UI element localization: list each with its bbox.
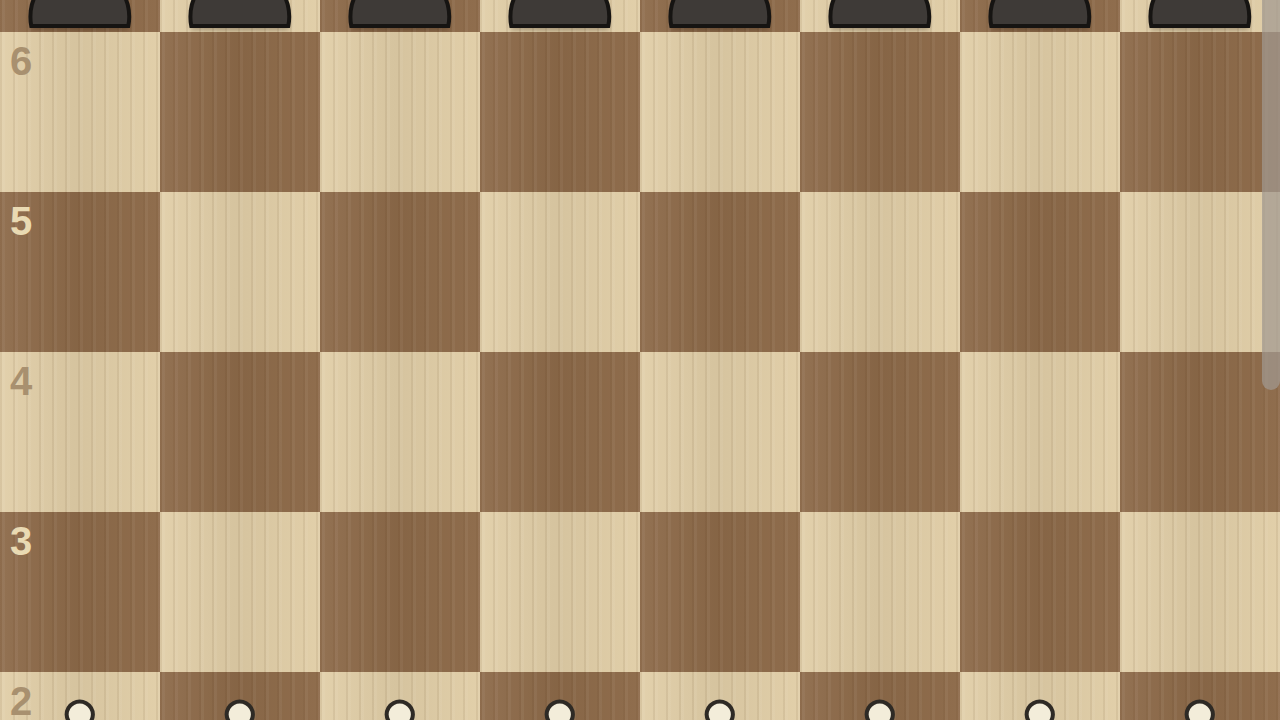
square-h5[interactable]: [1120, 192, 1280, 352]
square-g7[interactable]: ♟: [960, 0, 1120, 32]
piece-white-pawn-e2[interactable]: ♟: [640, 685, 800, 720]
square-h4[interactable]: [1120, 352, 1280, 512]
piece-black-pawn-d7[interactable]: ♟: [480, 0, 640, 32]
square-h2[interactable]: ♟: [1120, 672, 1280, 720]
square-c6[interactable]: [320, 32, 480, 192]
piece-black-pawn-f7[interactable]: ♟: [800, 0, 960, 32]
piece-black-pawn-b7[interactable]: ♟: [160, 0, 320, 32]
square-g2[interactable]: ♟: [960, 672, 1120, 720]
scrollbar-thumb[interactable]: [1262, 0, 1280, 390]
square-a5[interactable]: 5: [0, 192, 160, 352]
square-b3[interactable]: [160, 512, 320, 672]
piece-white-pawn-d2[interactable]: ♟: [480, 685, 640, 720]
rank-label-4: 4: [10, 361, 32, 401]
square-a3[interactable]: 3: [0, 512, 160, 672]
square-e3[interactable]: [640, 512, 800, 672]
piece-white-pawn-b2[interactable]: ♟: [160, 685, 320, 720]
square-f3[interactable]: [800, 512, 960, 672]
square-c3[interactable]: [320, 512, 480, 672]
piece-white-pawn-g2[interactable]: ♟: [960, 685, 1120, 720]
square-b5[interactable]: [160, 192, 320, 352]
square-f6[interactable]: [800, 32, 960, 192]
square-g3[interactable]: [960, 512, 1120, 672]
square-b4[interactable]: [160, 352, 320, 512]
square-e6[interactable]: [640, 32, 800, 192]
square-b2[interactable]: ♟: [160, 672, 320, 720]
square-e4[interactable]: [640, 352, 800, 512]
piece-black-pawn-e7[interactable]: ♟: [640, 0, 800, 32]
rank-label-6: 6: [10, 41, 32, 81]
piece-white-pawn-h2[interactable]: ♟: [1120, 685, 1280, 720]
piece-black-pawn-a7[interactable]: ♟: [0, 0, 160, 32]
square-f2[interactable]: ♟: [800, 672, 960, 720]
square-a2[interactable]: 2♟: [0, 672, 160, 720]
square-d5[interactable]: [480, 192, 640, 352]
piece-white-pawn-f2[interactable]: ♟: [800, 685, 960, 720]
piece-white-pawn-c2[interactable]: ♟: [320, 685, 480, 720]
chess-board: ♜♞♝♛♚♝♞♜♟♟♟♟♟♟♟♟65432♟♟♟♟♟♟♟♟♜♞♝♛♚♝♞♜: [0, 0, 1280, 720]
square-g6[interactable]: [960, 32, 1120, 192]
square-d4[interactable]: [480, 352, 640, 512]
square-d7[interactable]: ♟: [480, 0, 640, 32]
piece-black-pawn-g7[interactable]: ♟: [960, 0, 1120, 32]
square-c5[interactable]: [320, 192, 480, 352]
piece-white-pawn-a2[interactable]: ♟: [0, 685, 160, 720]
square-f4[interactable]: [800, 352, 960, 512]
square-h3[interactable]: [1120, 512, 1280, 672]
piece-black-pawn-c7[interactable]: ♟: [320, 0, 480, 32]
rank-label-3: 3: [10, 521, 32, 561]
rank-label-5: 5: [10, 201, 32, 241]
square-d3[interactable]: [480, 512, 640, 672]
square-e5[interactable]: [640, 192, 800, 352]
board-viewport: ♜♞♝♛♚♝♞♜♟♟♟♟♟♟♟♟65432♟♟♟♟♟♟♟♟♜♞♝♛♚♝♞♜: [0, 0, 1280, 720]
square-d2[interactable]: ♟: [480, 672, 640, 720]
square-a6[interactable]: 6: [0, 32, 160, 192]
square-h6[interactable]: [1120, 32, 1280, 192]
square-b6[interactable]: [160, 32, 320, 192]
square-e2[interactable]: ♟: [640, 672, 800, 720]
square-c2[interactable]: ♟: [320, 672, 480, 720]
square-a7[interactable]: ♟: [0, 0, 160, 32]
square-h7[interactable]: ♟: [1120, 0, 1280, 32]
square-b7[interactable]: ♟: [160, 0, 320, 32]
square-f5[interactable]: [800, 192, 960, 352]
square-g4[interactable]: [960, 352, 1120, 512]
square-a4[interactable]: 4: [0, 352, 160, 512]
piece-black-pawn-h7[interactable]: ♟: [1120, 0, 1280, 32]
square-e7[interactable]: ♟: [640, 0, 800, 32]
square-d6[interactable]: [480, 32, 640, 192]
square-f7[interactable]: ♟: [800, 0, 960, 32]
square-c7[interactable]: ♟: [320, 0, 480, 32]
square-c4[interactable]: [320, 352, 480, 512]
square-g5[interactable]: [960, 192, 1120, 352]
